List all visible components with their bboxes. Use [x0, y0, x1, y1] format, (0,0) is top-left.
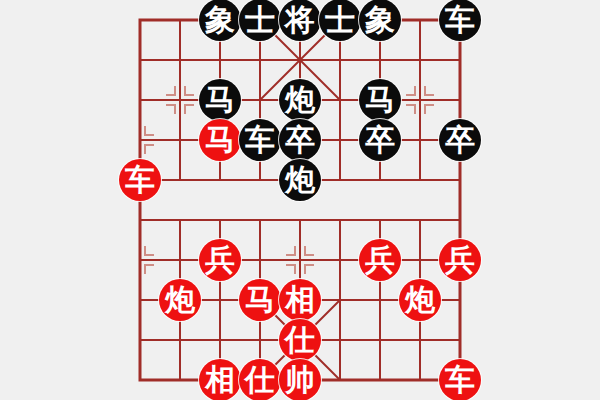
piece-red-soldier[interactable]: 兵	[199, 239, 241, 281]
point-marker	[305, 246, 314, 255]
point-marker	[145, 126, 154, 135]
piece-black-cannon[interactable]: 炮	[279, 159, 321, 201]
piece-red-soldier[interactable]: 兵	[439, 239, 481, 281]
piece-black-soldier[interactable]: 卒	[359, 119, 401, 161]
piece-black-chariot[interactable]: 车	[239, 119, 281, 161]
piece-red-chariot[interactable]: 车	[119, 159, 161, 201]
piece-red-cannon[interactable]: 炮	[159, 279, 201, 321]
piece-black-horse[interactable]: 马	[359, 79, 401, 121]
piece-black-advisor[interactable]: 士	[239, 0, 281, 41]
piece-red-king[interactable]: 帅	[279, 359, 321, 400]
point-marker	[305, 265, 314, 274]
point-marker	[425, 86, 434, 95]
piece-black-soldier[interactable]: 卒	[279, 119, 321, 161]
point-marker	[166, 86, 175, 95]
piece-black-advisor[interactable]: 士	[319, 0, 361, 41]
point-marker	[145, 145, 154, 154]
point-marker	[406, 86, 415, 95]
xiangqi-board: 象士将士象车马炮马马车卒卒卒车炮兵兵兵炮马相炮仕相仕帅车	[0, 0, 600, 400]
point-marker	[145, 246, 154, 255]
piece-red-horse[interactable]: 马	[239, 279, 281, 321]
piece-red-advisor[interactable]: 仕	[239, 359, 281, 400]
piece-red-cannon[interactable]: 炮	[399, 279, 441, 321]
piece-black-king[interactable]: 将	[279, 0, 321, 41]
piece-red-advisor[interactable]: 仕	[279, 319, 321, 361]
piece-red-horse[interactable]: 马	[199, 119, 241, 161]
point-marker	[425, 105, 434, 114]
piece-red-elephant[interactable]: 相	[279, 279, 321, 321]
piece-black-soldier[interactable]: 卒	[439, 119, 481, 161]
point-marker	[166, 105, 175, 114]
piece-black-elephant[interactable]: 象	[199, 0, 241, 41]
point-marker	[286, 265, 295, 274]
piece-black-cannon[interactable]: 炮	[279, 79, 321, 121]
piece-red-chariot[interactable]: 车	[439, 359, 481, 400]
point-marker	[406, 105, 415, 114]
piece-black-horse[interactable]: 马	[199, 79, 241, 121]
piece-red-soldier[interactable]: 兵	[359, 239, 401, 281]
piece-black-elephant[interactable]: 象	[359, 0, 401, 41]
point-marker	[185, 86, 194, 95]
piece-black-chariot[interactable]: 车	[439, 0, 481, 41]
piece-red-elephant[interactable]: 相	[199, 359, 241, 400]
point-marker	[145, 265, 154, 274]
point-marker	[185, 105, 194, 114]
point-marker	[286, 246, 295, 255]
